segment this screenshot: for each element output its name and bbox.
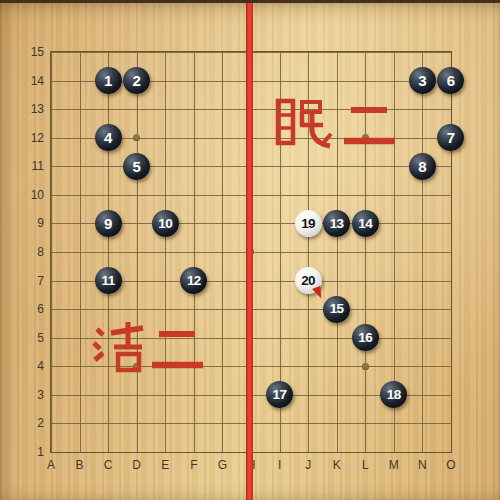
stone-black-9-C9[interactable]: 9 (95, 210, 122, 237)
stone-black-18-M3[interactable]: 18 (380, 381, 407, 408)
move-number: 11 (102, 274, 115, 288)
move-number: 2 (133, 73, 141, 88)
move-number: 10 (158, 217, 172, 231)
stone-black-7-O12[interactable]: 7 (437, 124, 464, 151)
stone-black-12-F7[interactable]: 12 (180, 267, 207, 294)
last-move-marker (312, 286, 325, 300)
move-number: 12 (187, 274, 201, 288)
stone-black-10-E9[interactable]: 10 (152, 210, 179, 237)
move-number: 5 (133, 159, 141, 174)
stone-black-14-L9[interactable]: 14 (352, 210, 379, 237)
stone-black-1-C14[interactable]: 1 (95, 67, 122, 94)
stone-white-20-J7[interactable]: 20 (295, 267, 322, 294)
stone-black-2-D14[interactable]: 2 (123, 67, 150, 94)
stone-black-3-N14[interactable]: 3 (409, 67, 436, 94)
divider-line (246, 2, 253, 500)
stone-black-4-C12[interactable]: 4 (95, 124, 122, 151)
stone-black-17-I3[interactable]: 17 (266, 381, 293, 408)
move-number: 1 (104, 73, 112, 88)
move-number: 7 (447, 130, 455, 145)
move-number: 15 (330, 302, 344, 316)
move-number: 9 (104, 216, 112, 231)
move-number: 3 (418, 73, 426, 88)
move-number: 19 (301, 217, 315, 231)
move-number: 4 (104, 130, 112, 145)
table-edge (0, 0, 500, 3)
stone-black-15-K6[interactable]: 15 (323, 296, 350, 323)
stone-black-8-N11[interactable]: 8 (409, 153, 436, 180)
move-number: 20 (301, 274, 315, 288)
stone-black-16-L5[interactable]: 16 (352, 324, 379, 351)
move-number: 8 (418, 159, 426, 174)
stone-black-6-O14[interactable]: 6 (437, 67, 464, 94)
stone-black-5-D11[interactable]: 5 (123, 153, 150, 180)
move-number: 14 (358, 217, 372, 231)
move-number: 18 (387, 388, 401, 402)
stone-white-19-J9[interactable]: 19 (295, 210, 322, 237)
move-number: 6 (447, 73, 455, 88)
gomoku-app: 151413121110987654321 ABCDEFGHIJKLMNO (0, 0, 500, 500)
move-number: 16 (358, 331, 372, 345)
stone-black-13-K9[interactable]: 13 (323, 210, 350, 237)
stone-black-11-C7[interactable]: 11 (95, 267, 122, 294)
move-number: 13 (330, 217, 344, 231)
move-number: 17 (273, 388, 287, 402)
